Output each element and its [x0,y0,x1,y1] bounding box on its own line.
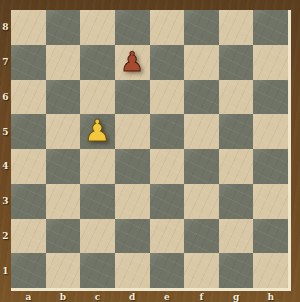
square-c2[interactable] [80,219,115,254]
square-a5[interactable] [11,114,46,149]
chess-board-screenshot: 87654321 ♟♟ abcdefgh [0,0,300,302]
square-a1[interactable] [11,253,46,288]
file-label-c: c [80,291,115,302]
square-g4[interactable] [219,149,254,184]
square-g1[interactable] [219,253,254,288]
square-f8[interactable] [184,10,219,45]
square-f6[interactable] [184,80,219,115]
square-a2[interactable] [11,219,46,254]
file-label-g: g [219,291,254,302]
file-label-a: a [11,291,46,302]
square-d7[interactable]: ♟ [115,45,150,80]
square-b4[interactable] [46,149,81,184]
square-d5[interactable] [115,114,150,149]
square-b7[interactable] [46,45,81,80]
square-f1[interactable] [184,253,219,288]
square-e2[interactable] [150,219,185,254]
square-g6[interactable] [219,80,254,115]
square-a7[interactable] [11,45,46,80]
square-f3[interactable] [184,184,219,219]
square-b2[interactable] [46,219,81,254]
square-c4[interactable] [80,149,115,184]
square-g7[interactable] [219,45,254,80]
square-d2[interactable] [115,219,150,254]
square-b3[interactable] [46,184,81,219]
rank-label-5: 5 [0,114,11,149]
rank-labels: 87654321 [0,10,11,288]
square-d6[interactable] [115,80,150,115]
square-d8[interactable] [115,10,150,45]
square-g5[interactable] [219,114,254,149]
square-b1[interactable] [46,253,81,288]
square-g3[interactable] [219,184,254,219]
rank-label-8: 8 [0,10,11,45]
square-h4[interactable] [253,149,288,184]
square-e7[interactable] [150,45,185,80]
square-c8[interactable] [80,10,115,45]
square-e1[interactable] [150,253,185,288]
rank-label-7: 7 [0,45,11,80]
square-h7[interactable] [253,45,288,80]
square-c5[interactable]: ♟ [80,114,115,149]
white-pawn-c5[interactable]: ♟ [84,116,111,146]
black-pawn-d7[interactable]: ♟ [120,48,144,75]
square-c3[interactable] [80,184,115,219]
square-e4[interactable] [150,149,185,184]
file-label-h: h [253,291,288,302]
square-e3[interactable] [150,184,185,219]
square-b6[interactable] [46,80,81,115]
square-e5[interactable] [150,114,185,149]
square-h1[interactable] [253,253,288,288]
square-g8[interactable] [219,10,254,45]
square-h3[interactable] [253,184,288,219]
square-c7[interactable] [80,45,115,80]
square-d4[interactable] [115,149,150,184]
square-f4[interactable] [184,149,219,184]
rank-label-4: 4 [0,149,11,184]
square-c6[interactable] [80,80,115,115]
file-label-e: e [150,291,185,302]
square-f2[interactable] [184,219,219,254]
square-d3[interactable] [115,184,150,219]
rank-label-2: 2 [0,219,11,254]
square-e8[interactable] [150,10,185,45]
file-label-f: f [184,291,219,302]
square-a3[interactable] [11,184,46,219]
square-c1[interactable] [80,253,115,288]
square-h8[interactable] [253,10,288,45]
file-label-b: b [46,291,81,302]
square-d1[interactable] [115,253,150,288]
square-g2[interactable] [219,219,254,254]
square-h5[interactable] [253,114,288,149]
square-h6[interactable] [253,80,288,115]
square-a8[interactable] [11,10,46,45]
square-a4[interactable] [11,149,46,184]
square-e6[interactable] [150,80,185,115]
square-a6[interactable] [11,80,46,115]
square-b8[interactable] [46,10,81,45]
rank-label-6: 6 [0,80,11,115]
rank-label-3: 3 [0,184,11,219]
chess-board[interactable]: ♟♟ [11,10,291,291]
rank-label-1: 1 [0,253,11,288]
file-labels: abcdefgh [11,291,288,302]
square-h2[interactable] [253,219,288,254]
square-b5[interactable] [46,114,81,149]
square-f7[interactable] [184,45,219,80]
file-label-d: d [115,291,150,302]
square-f5[interactable] [184,114,219,149]
